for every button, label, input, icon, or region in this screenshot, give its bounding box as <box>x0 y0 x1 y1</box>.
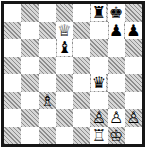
black-rook-icon[interactable]: ♜ <box>91 4 106 21</box>
square-c5[interactable] <box>39 57 56 75</box>
black-pawn-icon[interactable]: ♟ <box>109 22 124 39</box>
square-h4[interactable] <box>125 74 142 92</box>
square-d8[interactable] <box>56 4 73 22</box>
square-b3[interactable] <box>21 92 38 110</box>
square-f7[interactable] <box>90 22 107 40</box>
square-f3[interactable] <box>90 92 107 110</box>
black-pawn-icon[interactable]: ♟ <box>126 22 141 39</box>
white-pawn-icon[interactable]: ♙ <box>91 109 106 126</box>
square-e1[interactable] <box>73 127 90 145</box>
white-rook-icon[interactable]: ♖ <box>91 127 106 144</box>
square-a1[interactable] <box>4 127 21 145</box>
chess-diagram: ♜♚♕♟♟♝♛♗♙♙♙♖♔ <box>0 0 148 151</box>
black-bishop-icon[interactable]: ♝ <box>57 39 72 56</box>
square-d7[interactable]: ♕ <box>56 22 73 40</box>
square-d2[interactable] <box>56 109 73 127</box>
square-h2[interactable]: ♙ <box>125 109 142 127</box>
black-queen-icon[interactable]: ♛ <box>91 74 106 91</box>
black-king-icon[interactable]: ♚ <box>109 4 124 21</box>
square-e5[interactable] <box>73 57 90 75</box>
square-f5[interactable] <box>90 57 107 75</box>
square-c1[interactable] <box>39 127 56 145</box>
chess-board: ♜♚♕♟♟♝♛♗♙♙♙♖♔ <box>1 1 145 147</box>
white-queen-icon[interactable]: ♕ <box>57 22 72 39</box>
square-g1[interactable]: ♔ <box>108 127 125 145</box>
square-a2[interactable] <box>4 109 21 127</box>
square-g8[interactable]: ♚ <box>108 4 125 22</box>
square-c7[interactable] <box>39 22 56 40</box>
white-king-icon[interactable]: ♔ <box>109 127 124 144</box>
square-b5[interactable] <box>21 57 38 75</box>
square-b1[interactable] <box>21 127 38 145</box>
square-c2[interactable] <box>39 109 56 127</box>
square-g7[interactable]: ♟ <box>108 22 125 40</box>
square-h3[interactable] <box>125 92 142 110</box>
square-c8[interactable] <box>39 4 56 22</box>
square-e7[interactable] <box>73 22 90 40</box>
square-b6[interactable] <box>21 39 38 57</box>
square-e3[interactable] <box>73 92 90 110</box>
square-g5[interactable] <box>108 57 125 75</box>
square-a5[interactable] <box>4 57 21 75</box>
square-f8[interactable]: ♜ <box>90 4 107 22</box>
square-g4[interactable] <box>108 74 125 92</box>
square-d1[interactable] <box>56 127 73 145</box>
square-h8[interactable] <box>125 4 142 22</box>
square-a8[interactable] <box>4 4 21 22</box>
square-e6[interactable] <box>73 39 90 57</box>
square-d5[interactable] <box>56 57 73 75</box>
white-pawn-icon[interactable]: ♙ <box>126 109 141 126</box>
square-d4[interactable] <box>56 74 73 92</box>
square-c6[interactable] <box>39 39 56 57</box>
square-a7[interactable] <box>4 22 21 40</box>
square-f6[interactable] <box>90 39 107 57</box>
square-e2[interactable] <box>73 109 90 127</box>
square-c4[interactable] <box>39 74 56 92</box>
square-a6[interactable] <box>4 39 21 57</box>
square-g6[interactable] <box>108 39 125 57</box>
square-a3[interactable] <box>4 92 21 110</box>
square-g3[interactable] <box>108 92 125 110</box>
square-d6[interactable]: ♝ <box>56 39 73 57</box>
square-h1[interactable] <box>125 127 142 145</box>
white-pawn-icon[interactable]: ♙ <box>109 109 124 126</box>
square-g2[interactable]: ♙ <box>108 109 125 127</box>
square-d3[interactable] <box>56 92 73 110</box>
square-b7[interactable] <box>21 22 38 40</box>
square-b2[interactable] <box>21 109 38 127</box>
square-h5[interactable] <box>125 57 142 75</box>
square-e8[interactable] <box>73 4 90 22</box>
square-h7[interactable]: ♟ <box>125 22 142 40</box>
square-b4[interactable] <box>21 74 38 92</box>
square-f1[interactable]: ♖ <box>90 127 107 145</box>
square-c3[interactable]: ♗ <box>39 92 56 110</box>
square-b8[interactable] <box>21 4 38 22</box>
white-bishop-icon[interactable]: ♗ <box>40 92 55 109</box>
square-a4[interactable] <box>4 74 21 92</box>
square-e4[interactable] <box>73 74 90 92</box>
square-f2[interactable]: ♙ <box>90 109 107 127</box>
square-h6[interactable] <box>125 39 142 57</box>
square-f4[interactable]: ♛ <box>90 74 107 92</box>
